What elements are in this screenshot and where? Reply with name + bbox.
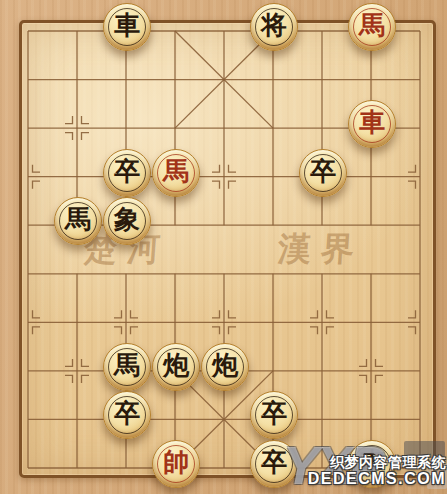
piece-black-general[interactable]: 将 xyxy=(250,3,298,51)
piece-black-chariot[interactable]: 車 xyxy=(348,440,396,488)
piece-black-soldier[interactable]: 卒 xyxy=(250,440,298,488)
pieces-layer: 車将馬車卒馬卒馬象馬炮炮卒卒帥卒車 xyxy=(28,31,420,468)
piece-glyph: 卒 xyxy=(114,401,140,427)
piece-glyph: 炮 xyxy=(163,353,189,379)
piece-glyph: 卒 xyxy=(310,159,336,185)
piece-glyph: 炮 xyxy=(212,353,238,379)
piece-glyph: 車 xyxy=(359,110,385,136)
piece-black-cannon[interactable]: 炮 xyxy=(201,343,249,391)
piece-red-horse[interactable]: 馬 xyxy=(152,149,200,197)
piece-glyph: 馬 xyxy=(114,353,140,379)
piece-glyph: 車 xyxy=(114,13,140,39)
piece-glyph: 卒 xyxy=(114,159,140,185)
piece-glyph: 馬 xyxy=(65,207,91,233)
piece-glyph: 帥 xyxy=(163,450,189,476)
piece-black-soldier[interactable]: 卒 xyxy=(250,391,298,439)
piece-black-chariot[interactable]: 車 xyxy=(103,3,151,51)
piece-black-cannon[interactable]: 炮 xyxy=(152,343,200,391)
piece-glyph: 象 xyxy=(114,207,140,233)
piece-black-horse[interactable]: 馬 xyxy=(54,197,102,245)
piece-red-chariot[interactable]: 車 xyxy=(348,100,396,148)
piece-glyph: 馬 xyxy=(359,13,385,39)
xiangqi-board-screen: 楚河 漢界 車将馬車卒馬卒馬象馬炮炮卒卒帥卒車 YXP 织梦内容管理系统 DED… xyxy=(0,0,447,494)
piece-red-horse[interactable]: 馬 xyxy=(348,3,396,51)
piece-black-soldier[interactable]: 卒 xyxy=(299,149,347,197)
piece-glyph: 将 xyxy=(261,13,287,39)
piece-black-soldier[interactable]: 卒 xyxy=(103,149,151,197)
piece-glyph: 馬 xyxy=(163,159,189,185)
piece-black-soldier[interactable]: 卒 xyxy=(103,391,151,439)
xiangqi-board[interactable]: 楚河 漢界 車将馬車卒馬卒馬象馬炮炮卒卒帥卒車 xyxy=(28,31,420,468)
piece-glyph: 卒 xyxy=(261,401,287,427)
piece-black-horse[interactable]: 馬 xyxy=(103,343,151,391)
piece-black-elephant[interactable]: 象 xyxy=(103,197,151,245)
piece-red-general[interactable]: 帥 xyxy=(152,440,200,488)
piece-glyph: 卒 xyxy=(261,450,287,476)
piece-glyph: 車 xyxy=(359,450,385,476)
